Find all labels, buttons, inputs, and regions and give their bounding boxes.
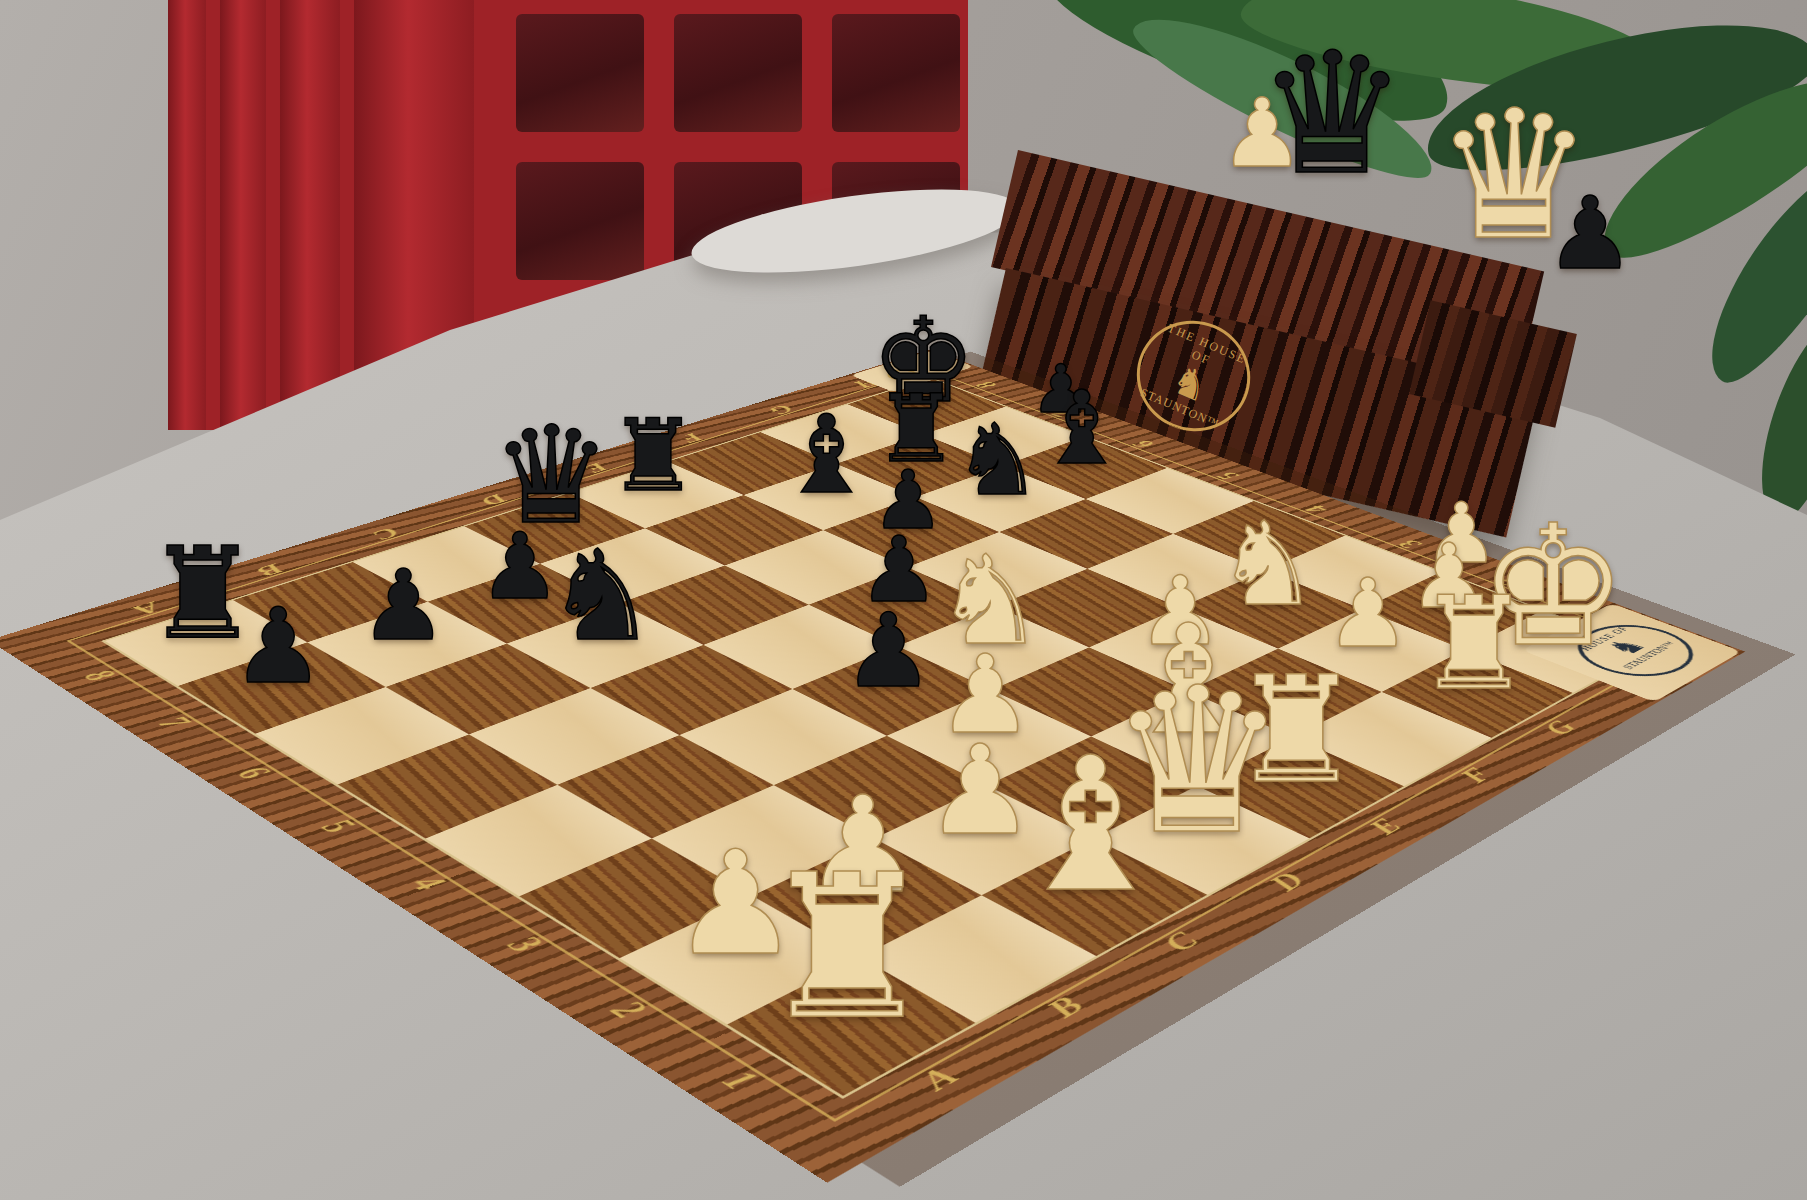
booth-post [280, 0, 340, 430]
black-pawn-d4[interactable]: ♟ [843, 600, 934, 702]
black-knight-c6[interactable]: ♞ [546, 534, 658, 659]
booth-window-pane [674, 14, 802, 132]
black-rook-e8[interactable]: ♜ [609, 406, 698, 506]
black-pawn-box[interactable]: ♟ [1545, 184, 1635, 284]
booth-window-pane [832, 14, 960, 132]
white-rook-a1[interactable]: ♜ [758, 849, 936, 1048]
black-queen-box[interactable]: ♛ [1257, 30, 1408, 198]
booth-window-pane [516, 14, 644, 132]
black-pawn-b7[interactable]: ♟ [360, 557, 447, 654]
white-bishop-c1[interactable]: ♝ [1008, 733, 1173, 917]
black-knight-g6[interactable]: ♞ [953, 411, 1041, 510]
scene: THE HOUSE OF ♞ STAUNTON™ ABCDEFGHABCDEFG… [0, 0, 1807, 1200]
black-bishop-h6[interactable]: ♝ [1036, 378, 1127, 480]
booth-post [220, 0, 266, 430]
booth-window-pane [516, 162, 644, 280]
white-rook-g1[interactable]: ♜ [1416, 579, 1532, 708]
booth-post [168, 0, 206, 430]
black-bishop-f7[interactable]: ♝ [778, 401, 875, 509]
black-pawn-a7[interactable]: ♟ [232, 595, 325, 699]
